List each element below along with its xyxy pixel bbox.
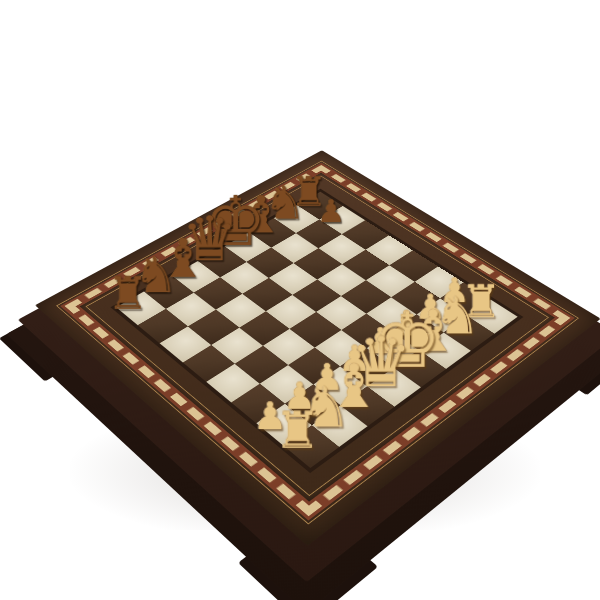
piece-black-pawn: ♟ (317, 197, 345, 227)
piece-white-rook: ♜ (274, 407, 320, 456)
piece-black-rook: ♜ (107, 273, 147, 316)
chess-set-photo: ♜♟♟♜♞♟♞♝♟♝♚♟♚♛♟♛♝♟♝♞♟♞♜♟♜ (0, 0, 600, 600)
